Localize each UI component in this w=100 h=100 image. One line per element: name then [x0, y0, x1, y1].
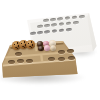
photo-stage	[0, 0, 100, 100]
treats-group	[0, 0, 100, 100]
mini-cupcake-chocolate	[38, 46, 44, 52]
kraft-tray	[0, 0, 100, 100]
mini-cupcake-strawberry	[44, 45, 50, 51]
muffin	[26, 40, 36, 50]
mini-cupcake-vanilla	[50, 45, 56, 51]
